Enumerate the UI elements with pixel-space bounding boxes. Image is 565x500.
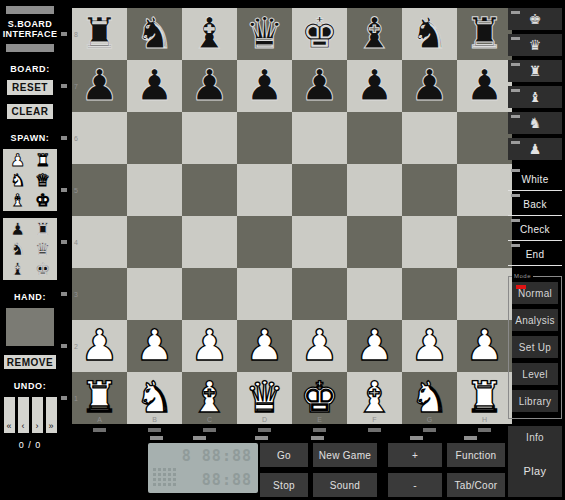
white-rook-button[interactable]: ♜	[508, 60, 562, 82]
square-d7[interactable]: ♟	[237, 60, 292, 112]
white-king-button[interactable]: ♚	[508, 8, 562, 30]
matrix-dot	[163, 473, 166, 476]
spawn-black-panel: ♟♜♞♛♝♚	[3, 218, 57, 280]
matrix-dot	[173, 478, 176, 481]
bishop-icon: ♝	[529, 89, 542, 105]
button-indicator	[511, 141, 520, 144]
file-tick	[423, 428, 436, 432]
file-label-d: D	[237, 416, 292, 423]
undo-button[interactable]: ‹	[18, 397, 29, 433]
spawn-white-queen-button[interactable]: ♛	[30, 170, 55, 190]
check-button[interactable]: Check	[508, 218, 562, 241]
square-g5[interactable]	[402, 164, 457, 216]
rank-label-7: 7	[74, 83, 78, 90]
square-b1[interactable]: B♞	[127, 372, 182, 424]
black-queen: ♛	[237, 8, 292, 59]
square-d3[interactable]	[237, 268, 292, 320]
library-button[interactable]: Library	[512, 390, 558, 412]
file-label-f: F	[347, 416, 402, 423]
square-c6[interactable]	[182, 112, 237, 164]
matrix-dot	[158, 478, 161, 481]
square-h3[interactable]	[457, 268, 512, 320]
button-indicator	[511, 89, 520, 92]
white-pawn: ♟	[347, 320, 402, 371]
rank-label-6: 6	[74, 135, 78, 142]
matrix-dot	[168, 473, 171, 476]
black-pawn: ♟	[127, 60, 182, 111]
mode-led-indicator	[516, 285, 526, 289]
minus-button[interactable]: -	[388, 473, 442, 497]
white-pawn: ♟	[457, 320, 512, 371]
square-h2[interactable]: ♟	[457, 320, 512, 372]
chess-board: 8♜♞♝♛♚♝♞♜7♟♟♟♟♟♟♟♟65432♟♟♟♟♟♟♟♟1A♜B♞C♝D♛…	[72, 8, 512, 424]
square-f3[interactable]	[347, 268, 402, 320]
bottom-tick	[255, 436, 268, 440]
square-g4[interactable]	[402, 216, 457, 268]
matrix-dot	[153, 483, 156, 486]
left-sidebar: S.BOARD INTERFACE BOARD: RESET CLEAR SPA…	[0, 0, 60, 500]
matrix-dot	[173, 473, 176, 476]
spawn-white-knight-button[interactable]: ♞	[5, 170, 30, 190]
hand-section-label: HAND:	[14, 292, 46, 302]
undo-counter: 0 / 0	[19, 440, 42, 450]
square-e8[interactable]: ♚	[292, 8, 347, 60]
spawn-white-king-button[interactable]: ♚	[30, 190, 55, 210]
black-rook: ♜	[72, 8, 127, 59]
square-g3[interactable]	[402, 268, 457, 320]
plus-button[interactable]: +	[388, 443, 442, 467]
square-e7[interactable]: ♟	[292, 60, 347, 112]
button-indicator	[511, 219, 520, 222]
file-label-b: B	[127, 416, 182, 423]
right-sidebar: ♚♛♜♝♞♟ WhiteBackCheckEnd Mode NormalAnal…	[508, 0, 562, 500]
square-b6[interactable]	[127, 112, 182, 164]
file-tick	[148, 428, 161, 432]
square-f2[interactable]: ♟	[347, 320, 402, 372]
level-button[interactable]: Level	[512, 363, 558, 385]
sound-button[interactable]: Sound	[313, 473, 377, 497]
black-knight: ♞	[402, 8, 457, 59]
square-b2[interactable]: ♟	[127, 320, 182, 372]
mode-box: Mode NormalAnalysisSet UpLevelLibrary	[508, 276, 562, 419]
rank-tick-marks	[61, 8, 70, 424]
square-e1[interactable]: E♚	[292, 372, 347, 424]
rank-tick	[61, 32, 67, 36]
square-b3[interactable]	[127, 268, 182, 320]
rank-tick	[61, 292, 67, 296]
square-f4[interactable]	[347, 216, 402, 268]
piece-select-buttons: ♚♛♜♝♞♟	[508, 8, 562, 160]
square-f7[interactable]: ♟	[347, 60, 402, 112]
nav-buttons: WhiteBackCheckEnd	[508, 168, 562, 268]
white-knight-button[interactable]: ♞	[508, 112, 562, 134]
file-tick	[368, 428, 381, 432]
matrix-dot	[163, 478, 166, 481]
rank-label-1: 1	[74, 395, 78, 402]
square-a4[interactable]: 4	[72, 216, 127, 268]
square-h8[interactable]: ♜	[457, 8, 512, 60]
square-b4[interactable]	[127, 216, 182, 268]
mode-box-label: Mode	[512, 273, 533, 279]
square-a5[interactable]: 5	[72, 164, 127, 216]
spawn-black-king-button[interactable]: ♚	[30, 259, 55, 279]
queen-icon: ♛	[529, 37, 542, 53]
bottom-tick	[464, 436, 477, 440]
button-indicator	[511, 11, 520, 14]
black-rook: ♜	[457, 8, 512, 59]
white-pawn: ♟	[182, 320, 237, 371]
square-d8[interactable]: ♛	[237, 8, 292, 60]
bottom-tick	[410, 436, 423, 440]
matrix-dot	[163, 468, 166, 471]
square-e3[interactable]	[292, 268, 347, 320]
lcd-dot-matrix-icon	[153, 468, 176, 486]
app-title-line1: S.BOARD	[3, 19, 58, 29]
redo-all-button[interactable]: »	[46, 397, 57, 433]
title-divider-top	[6, 6, 54, 14]
file-label-c: C	[182, 416, 237, 423]
black-king: ♚	[292, 8, 347, 59]
black-pawn: ♟	[457, 60, 512, 111]
white-pawn: ♟	[402, 320, 457, 371]
square-c3[interactable]	[182, 268, 237, 320]
square-d5[interactable]	[237, 164, 292, 216]
square-d6[interactable]	[237, 112, 292, 164]
square-c1[interactable]: C♝	[182, 372, 237, 424]
reset-button[interactable]: RESET	[7, 80, 53, 95]
spawn-black-bishop-button[interactable]: ♝	[5, 259, 30, 279]
square-f1[interactable]: F♝	[347, 372, 402, 424]
rank-tick	[61, 136, 67, 140]
rank-label-2: 2	[74, 343, 78, 350]
square-f6[interactable]	[347, 112, 402, 164]
black-knight: ♞	[127, 8, 182, 59]
file-label-e: E	[292, 416, 347, 423]
lcd-display: 8 88:88 88:88	[148, 443, 258, 493]
matrix-dot	[158, 483, 161, 486]
matrix-dot	[168, 483, 171, 486]
bottom-tick	[150, 436, 163, 440]
remove-button[interactable]: REMOVE	[4, 355, 56, 369]
white-pawn-button[interactable]: ♟	[508, 138, 562, 160]
rank-tick	[61, 396, 67, 400]
matrix-dot	[173, 468, 176, 471]
matrix-dot	[168, 468, 171, 471]
function-button[interactable]: Function	[447, 443, 505, 467]
square-e5[interactable]	[292, 164, 347, 216]
rank-label-8: 8	[74, 31, 78, 38]
button-indicator	[511, 194, 520, 197]
matrix-dot	[158, 473, 161, 476]
file-tick	[93, 428, 106, 432]
rank-tick	[61, 188, 67, 192]
square-c2[interactable]: ♟	[182, 320, 237, 372]
back-button[interactable]: Back	[508, 193, 562, 216]
bottom-tick	[311, 436, 324, 440]
normal-mode-button[interactable]: Normal	[512, 282, 558, 304]
rook-icon: ♜	[529, 63, 542, 79]
matrix-dot	[158, 468, 161, 471]
tab-coor-button[interactable]: Tab/Coor	[447, 473, 505, 497]
file-label-h: H	[457, 416, 512, 423]
button-indicator	[511, 169, 520, 172]
hand-box[interactable]	[6, 308, 54, 346]
white-pawn: ♟	[72, 320, 127, 371]
clear-button[interactable]: CLEAR	[7, 104, 53, 119]
file-tick	[313, 428, 326, 432]
button-indicator	[511, 63, 520, 66]
play-button[interactable]: Play	[508, 444, 562, 497]
new-game-button[interactable]: New Game	[313, 443, 377, 467]
square-g1[interactable]: G♞	[402, 372, 457, 424]
square-g7[interactable]: ♟	[402, 60, 457, 112]
go-button[interactable]: Go	[260, 443, 308, 467]
square-d1[interactable]: D♛	[237, 372, 292, 424]
square-a3[interactable]: 3	[72, 268, 127, 320]
black-pawn: ♟	[292, 60, 347, 111]
square-d2[interactable]: ♟	[237, 320, 292, 372]
square-a2[interactable]: 2♟	[72, 320, 127, 372]
square-e4[interactable]	[292, 216, 347, 268]
square-e6[interactable]	[292, 112, 347, 164]
square-f5[interactable]	[347, 164, 402, 216]
bottom-button-group-right: +Function-Tab/Coor	[388, 443, 505, 497]
setup-mode-button[interactable]: Set Up	[512, 336, 558, 358]
analysis-mode-button[interactable]: Analysis	[512, 309, 558, 331]
mode-buttons: NormalAnalysisSet UpLevelLibrary	[512, 282, 558, 412]
spawn-black-knight-button[interactable]: ♞	[5, 239, 30, 259]
square-b8[interactable]: ♞	[127, 8, 182, 60]
rank-label-5: 5	[74, 187, 78, 194]
white-queen-button[interactable]: ♛	[508, 34, 562, 56]
square-g2[interactable]: ♟	[402, 320, 457, 372]
rank-tick	[61, 240, 67, 244]
square-b5[interactable]	[127, 164, 182, 216]
spawn-black-pawn-button[interactable]: ♟	[5, 219, 30, 239]
undo-section-label: UNDO:	[14, 381, 47, 391]
file-tick	[478, 428, 491, 432]
spawn-black-rook-button[interactable]: ♜	[30, 219, 55, 239]
file-tick	[203, 428, 216, 432]
square-a7[interactable]: 7♟	[72, 60, 127, 112]
stop-button[interactable]: Stop	[260, 473, 308, 497]
spawn-black-queen-button[interactable]: ♛	[30, 239, 55, 259]
button-indicator	[511, 37, 520, 40]
button-indicator	[511, 244, 520, 247]
matrix-dot	[153, 468, 156, 471]
spawn-white-panel: ♟♜♞♛♝♚	[3, 149, 57, 211]
square-h4[interactable]	[457, 216, 512, 268]
square-h1[interactable]: H♜	[457, 372, 512, 424]
lcd-row-top: 8 88:88	[182, 447, 252, 465]
matrix-dot	[153, 478, 156, 481]
rank-tick	[61, 344, 67, 348]
square-h6[interactable]	[457, 112, 512, 164]
square-d4[interactable]	[237, 216, 292, 268]
title-divider-bottom	[6, 44, 54, 52]
bottom-button-group-left: GoNew GameStopSound	[260, 443, 377, 497]
board-section-label: BOARD:	[10, 64, 50, 74]
undo-all-button[interactable]: «	[4, 397, 15, 433]
square-a1[interactable]: 1A♜	[72, 372, 127, 424]
white-pawn: ♟	[127, 320, 182, 371]
white-bishop-button[interactable]: ♝	[508, 86, 562, 108]
king-icon: ♚	[529, 11, 542, 27]
square-e2[interactable]: ♟	[292, 320, 347, 372]
knight-icon: ♞	[529, 115, 542, 131]
rank-label-4: 4	[74, 239, 78, 246]
chess-interface: S.BOARD INTERFACE BOARD: RESET CLEAR SPA…	[0, 0, 565, 500]
white-pawn: ♟	[237, 320, 292, 371]
app-title-line2: INTERFACE	[3, 29, 58, 39]
square-a6[interactable]: 6	[72, 112, 127, 164]
black-bishop: ♝	[347, 8, 402, 59]
bottom-tick	[193, 436, 206, 440]
button-indicator	[511, 115, 520, 118]
matrix-dot	[173, 483, 176, 486]
square-a8[interactable]: 8♜	[72, 8, 127, 60]
end-button[interactable]: End	[508, 243, 562, 266]
app-title: S.BOARD INTERFACE	[3, 19, 58, 39]
file-tick-marks	[72, 428, 512, 432]
square-h5[interactable]	[457, 164, 512, 216]
spawn-white-bishop-button[interactable]: ♝	[5, 190, 30, 210]
square-c7[interactable]: ♟	[182, 60, 237, 112]
pawn-icon: ♟	[529, 141, 542, 157]
matrix-dot	[168, 478, 171, 481]
square-g8[interactable]: ♞	[402, 8, 457, 60]
spawn-section-label: SPAWN:	[11, 133, 50, 143]
spawn-white-pawn-button[interactable]: ♟	[5, 150, 30, 170]
square-g6[interactable]	[402, 112, 457, 164]
square-c5[interactable]	[182, 164, 237, 216]
file-label-a: A	[72, 416, 127, 423]
square-c8[interactable]: ♝	[182, 8, 237, 60]
undo-controls: «‹›»	[4, 397, 57, 433]
white-pawn: ♟	[292, 320, 347, 371]
spawn-white-rook-button[interactable]: ♜	[30, 150, 55, 170]
redo-button[interactable]: ›	[32, 397, 43, 433]
white-button[interactable]: White	[508, 168, 562, 191]
square-h7[interactable]: ♟	[457, 60, 512, 112]
matrix-dot	[153, 473, 156, 476]
file-label-g: G	[402, 416, 457, 423]
black-pawn: ♟	[347, 60, 402, 111]
black-pawn: ♟	[402, 60, 457, 111]
rank-label-3: 3	[74, 291, 78, 298]
file-tick	[258, 428, 271, 432]
square-f8[interactable]: ♝	[347, 8, 402, 60]
lcd-row-bottom: 88:88	[202, 471, 252, 489]
black-pawn: ♟	[237, 60, 292, 111]
black-pawn: ♟	[182, 60, 237, 111]
black-bishop: ♝	[182, 8, 237, 59]
square-b7[interactable]: ♟	[127, 60, 182, 112]
matrix-dot	[163, 483, 166, 486]
rank-tick	[61, 84, 67, 88]
square-c4[interactable]	[182, 216, 237, 268]
black-pawn: ♟	[72, 60, 127, 111]
